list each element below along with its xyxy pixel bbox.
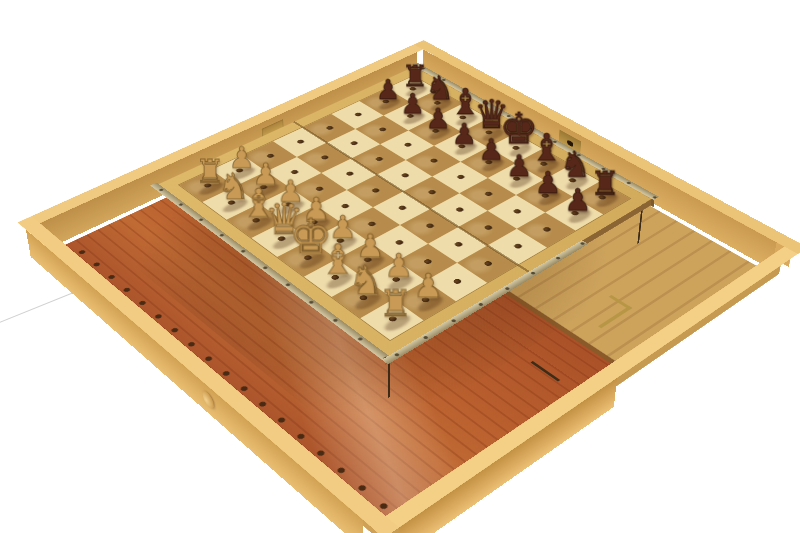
peg-hole: [424, 223, 434, 229]
peg-hole: [393, 239, 403, 245]
photo-stage: ♜♟♟♜♞♟♟♞♝♟♟♝♛♟♟♛♚♟♟♚♝♟♟♝♞♟♟♞♜♟♟♜: [0, 0, 800, 533]
wooden-knob: [202, 388, 214, 411]
peg-hole: [366, 221, 376, 227]
peg-hole: [512, 208, 522, 214]
black-pawn-h7[interactable]: ♟: [558, 185, 599, 216]
peg-hole: [374, 156, 384, 161]
peg-hole: [482, 260, 493, 266]
peg-hole: [453, 241, 463, 247]
peg-hole: [377, 127, 386, 132]
white-rook-h1[interactable]: ♜: [373, 285, 418, 322]
peg-hole: [400, 173, 410, 179]
peg-hole: [483, 191, 493, 197]
peg-hole: [344, 171, 354, 176]
peg-hole: [428, 158, 438, 163]
peg-hole: [483, 224, 493, 230]
peg-hole: [426, 189, 436, 195]
peg-hole: [512, 243, 522, 249]
scene: ♜♟♟♜♞♟♟♞♝♟♟♝♛♟♟♛♚♟♟♚♝♟♟♝♞♟♟♞♜♟♟♜: [0, 0, 800, 533]
peg-hole: [454, 207, 464, 213]
peg-hole: [353, 112, 362, 117]
peg-hole: [455, 174, 465, 180]
peg-hole: [370, 188, 380, 194]
peg-hole: [403, 142, 412, 147]
peg-hole: [397, 205, 407, 211]
peg-hole: [319, 155, 329, 160]
peg-hole: [541, 226, 551, 232]
peg-hole: [325, 125, 334, 130]
peg-hole: [349, 141, 358, 146]
peg-hole: [451, 278, 462, 285]
peg-hole: [295, 139, 304, 144]
peg-hole: [422, 258, 433, 264]
